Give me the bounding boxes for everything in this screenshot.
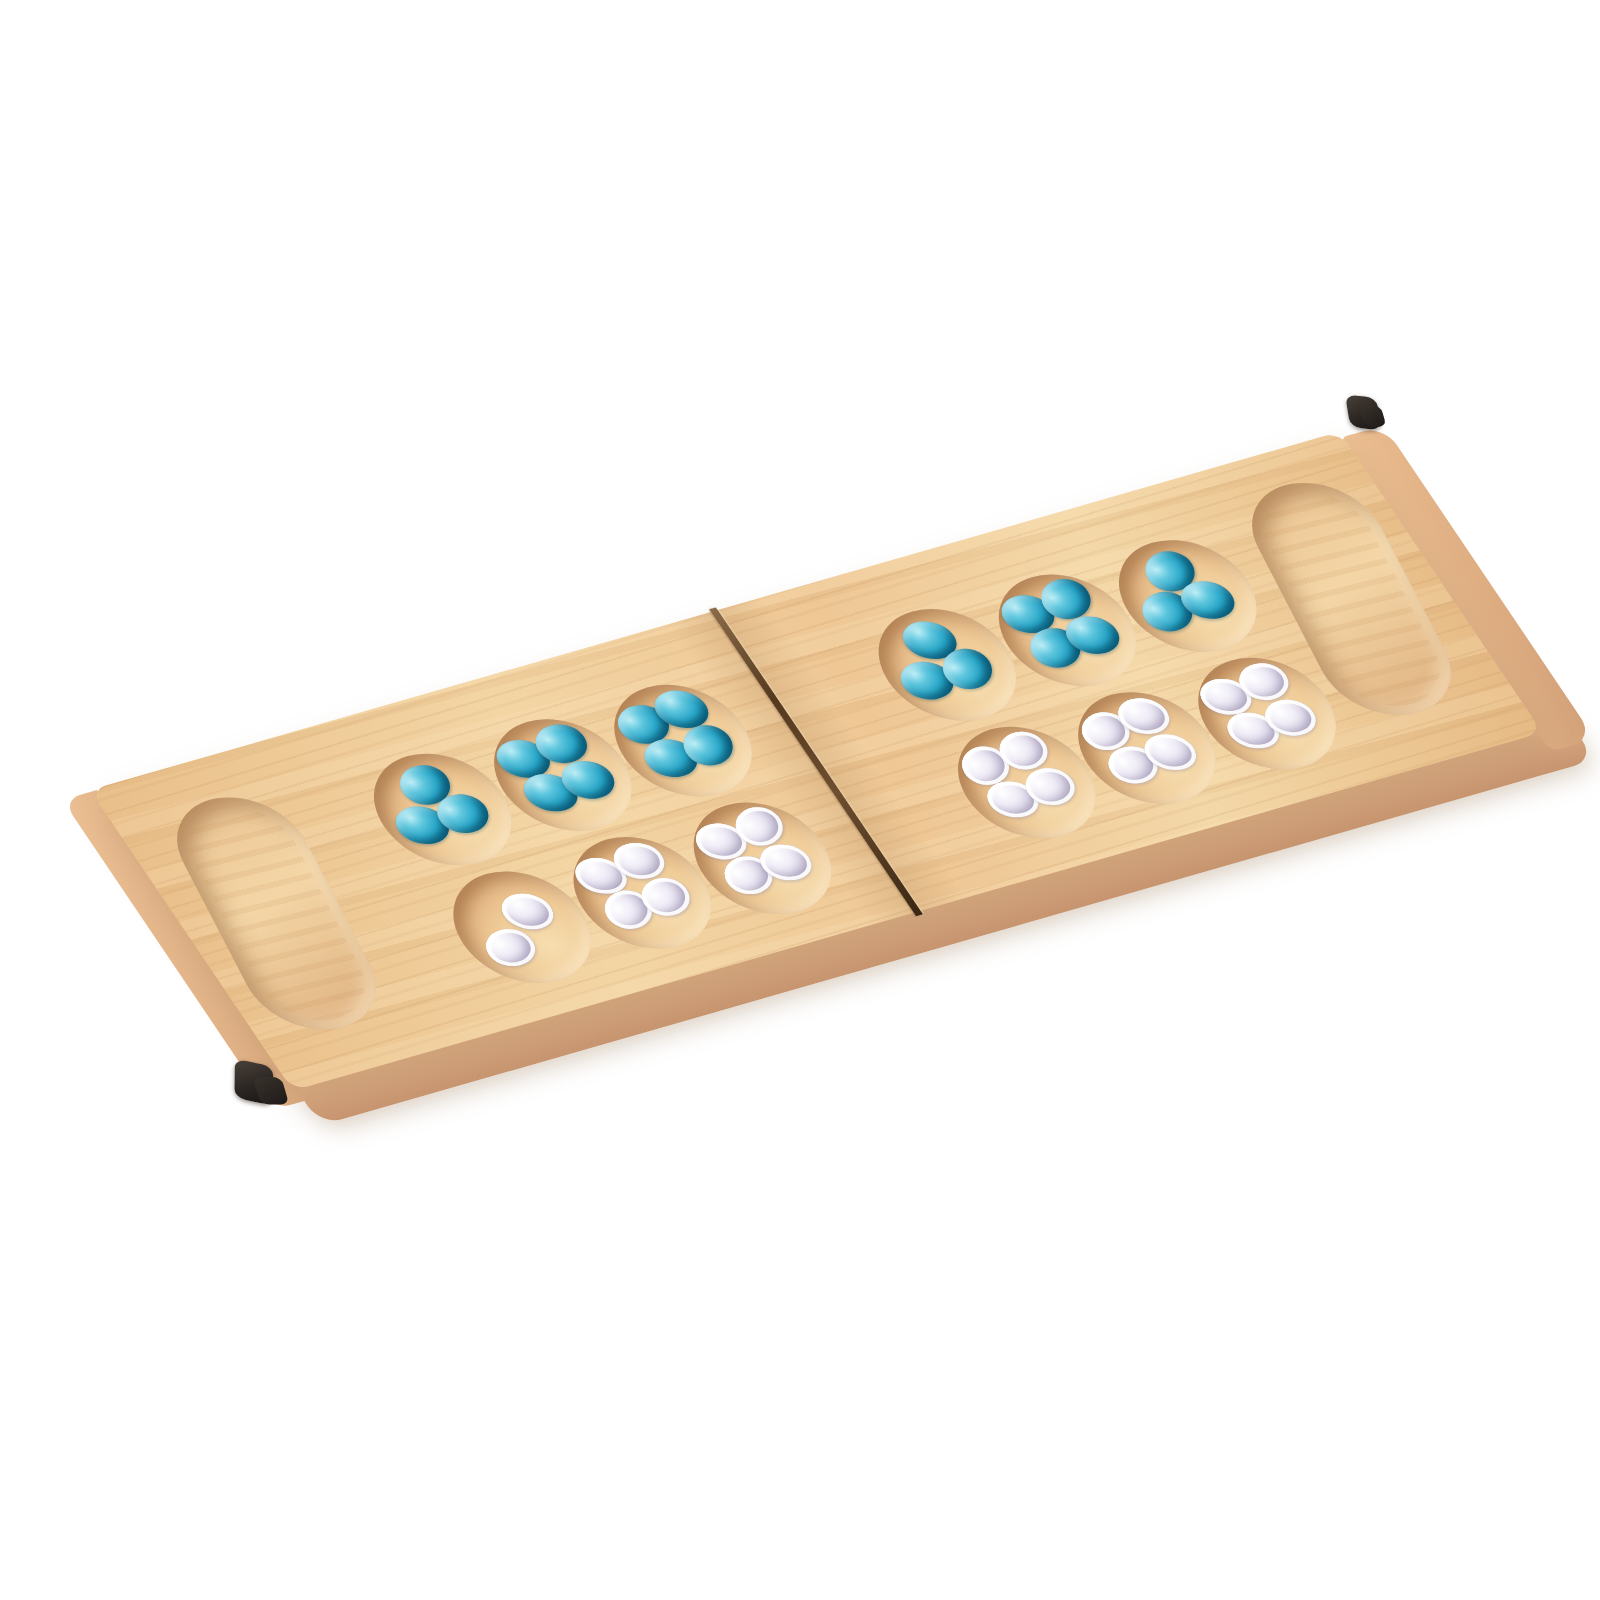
mancala-board — [90, 432, 1542, 1091]
product-photo-scene — [0, 0, 1600, 1600]
clear-bead — [477, 923, 545, 973]
clear-bead — [497, 894, 558, 930]
